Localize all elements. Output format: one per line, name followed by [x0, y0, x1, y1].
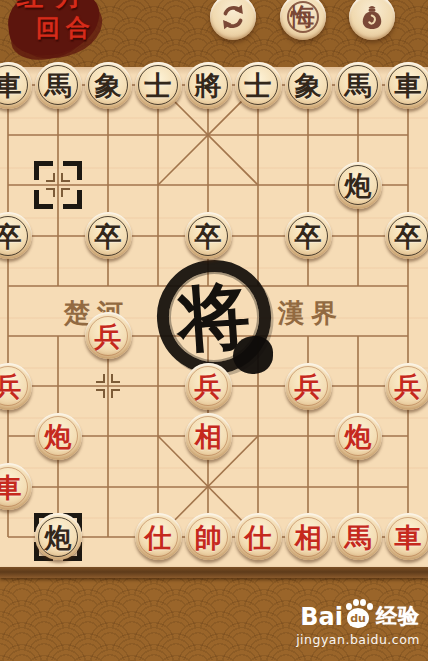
piece-ring [188, 216, 228, 256]
board-intersection: 士 [233, 60, 283, 110]
piece-red-兵[interactable]: 兵 [385, 363, 428, 410]
board-intersection: 兵 [83, 311, 133, 361]
piece-red-仕[interactable]: 仕 [235, 513, 282, 560]
money-pouch-icon [357, 2, 387, 32]
piece-black-象[interactable]: 象 [285, 62, 332, 109]
board-intersection: 炮 [333, 160, 383, 210]
piece-red-兵[interactable]: 兵 [85, 312, 132, 359]
board-intersection: 炮 [33, 512, 83, 562]
piece-ring [388, 517, 428, 557]
piece-black-士[interactable]: 士 [235, 62, 282, 109]
piece-ring [88, 316, 128, 356]
piece-ring [138, 517, 178, 557]
piece-ring [188, 416, 228, 456]
piece-red-兵[interactable]: 兵 [185, 363, 232, 410]
piece-black-馬[interactable]: 馬 [35, 62, 82, 109]
baidu-paw-icon: du [344, 599, 374, 629]
board-intersection: 卒 [0, 210, 33, 260]
board-intersection: 兵 [383, 361, 428, 411]
piece-red-帥[interactable]: 帥 [185, 513, 232, 560]
board-intersection: 仕 [133, 512, 183, 562]
piece-ring [288, 517, 328, 557]
piece-red-仕[interactable]: 仕 [135, 513, 182, 560]
piece-black-車[interactable]: 車 [385, 62, 428, 109]
piece-red-車[interactable]: 車 [0, 463, 32, 510]
piece-black-卒[interactable]: 卒 [385, 212, 428, 259]
piece-black-士[interactable]: 士 [135, 62, 182, 109]
board-intersection: 象 [283, 60, 333, 110]
board-intersection: 士 [133, 60, 183, 110]
board-intersection: 卒 [83, 210, 133, 260]
piece-ring [338, 65, 378, 105]
piece-red-兵[interactable]: 兵 [285, 363, 332, 410]
board-intersection: 兵 [283, 361, 333, 411]
board-intersection: 車 [383, 512, 428, 562]
board-intersection: 卒 [383, 210, 428, 260]
piece-ring [0, 216, 28, 256]
piece-red-車[interactable]: 車 [385, 513, 428, 560]
piece-ring [88, 216, 128, 256]
piece-ring [338, 165, 378, 205]
piece-ring [238, 517, 278, 557]
piece-black-象[interactable]: 象 [85, 62, 132, 109]
watermark-url: jingyan.baidu.com [296, 632, 420, 647]
piece-grid: 車馬象士將士象馬車炮卒卒卒卒卒兵兵兵兵兵炮相炮車炮仕帥仕相馬車 [0, 60, 428, 562]
piece-black-卒[interactable]: 卒 [0, 212, 32, 259]
piece-ring [288, 366, 328, 406]
piece-black-將[interactable]: 將 [185, 62, 232, 109]
piece-ring [188, 517, 228, 557]
board-intersection: 將 [183, 60, 233, 110]
app-background: 红方 回合 悔 [0, 0, 428, 661]
board-bottom-edge [0, 567, 428, 578]
piece-black-馬[interactable]: 馬 [335, 62, 382, 109]
board-intersection: 卒 [283, 210, 333, 260]
board-intersection: 炮 [33, 411, 83, 461]
piece-black-卒[interactable]: 卒 [85, 212, 132, 259]
piece-ring [388, 366, 428, 406]
piece-ring [288, 216, 328, 256]
logo-jingyan-text: 经验 [376, 606, 420, 629]
piece-ring [88, 65, 128, 105]
board-intersection: 仕 [233, 512, 283, 562]
piece-ring [38, 65, 78, 105]
baidu-jingyan-logo: Bai du 经验 [300, 599, 420, 629]
piece-ring [138, 65, 178, 105]
logo-bai-text: Bai [300, 605, 343, 629]
piece-ring [0, 366, 28, 406]
board-intersection: 車 [0, 60, 33, 110]
board-intersection: 馬 [333, 60, 383, 110]
logo-du-text: du [350, 613, 366, 624]
board-intersection: 相 [283, 512, 333, 562]
piece-red-馬[interactable]: 馬 [335, 513, 382, 560]
piece-black-卒[interactable]: 卒 [185, 212, 232, 259]
board-intersection: 炮 [333, 411, 383, 461]
board-intersection: 帥 [183, 512, 233, 562]
turn-indicator-badge: 红方 回合 [2, 0, 106, 60]
restart-arrows-icon [219, 3, 247, 31]
board-intersection: 卒 [183, 210, 233, 260]
board-intersection: 車 [0, 461, 33, 511]
piece-ring [188, 65, 228, 105]
piece-black-炮[interactable]: 炮 [35, 513, 82, 560]
piece-black-炮[interactable]: 炮 [335, 162, 382, 209]
board-intersection: 兵 [183, 361, 233, 411]
piece-red-相[interactable]: 相 [285, 513, 332, 560]
piece-ring [338, 517, 378, 557]
piece-ring [338, 416, 378, 456]
baidu-watermark: Bai du 经验 jingyan.baidu.com [296, 599, 420, 647]
piece-ring [38, 416, 78, 456]
turn-badge-text-1: 红方 [16, 0, 96, 9]
piece-ring [388, 216, 428, 256]
piece-ring [388, 65, 428, 105]
piece-ring [188, 366, 228, 406]
piece-black-車[interactable]: 車 [0, 62, 32, 109]
piece-red-兵[interactable]: 兵 [0, 363, 32, 410]
piece-red-相[interactable]: 相 [185, 413, 232, 460]
undo-button-ring [287, 1, 319, 33]
xiangqi-board[interactable]: 楚河 漢界 将 車馬象士將士象馬車炮卒卒卒卒卒兵兵兵兵兵炮相炮車炮仕帥仕相馬車 [0, 67, 428, 567]
piece-black-卒[interactable]: 卒 [285, 212, 332, 259]
piece-ring [288, 65, 328, 105]
board-intersection: 象 [83, 60, 133, 110]
piece-ring [0, 65, 28, 105]
piece-red-炮[interactable]: 炮 [35, 413, 82, 460]
board-intersection: 馬 [33, 60, 83, 110]
board-intersection: 車 [383, 60, 428, 110]
board-intersection: 兵 [0, 361, 33, 411]
piece-ring [0, 467, 28, 507]
piece-ring [238, 65, 278, 105]
turn-badge-text-2: 回合 [36, 16, 96, 40]
piece-ring [38, 517, 78, 557]
board-intersection: 馬 [333, 512, 383, 562]
board-intersection: 相 [183, 411, 233, 461]
piece-red-炮[interactable]: 炮 [335, 413, 382, 460]
